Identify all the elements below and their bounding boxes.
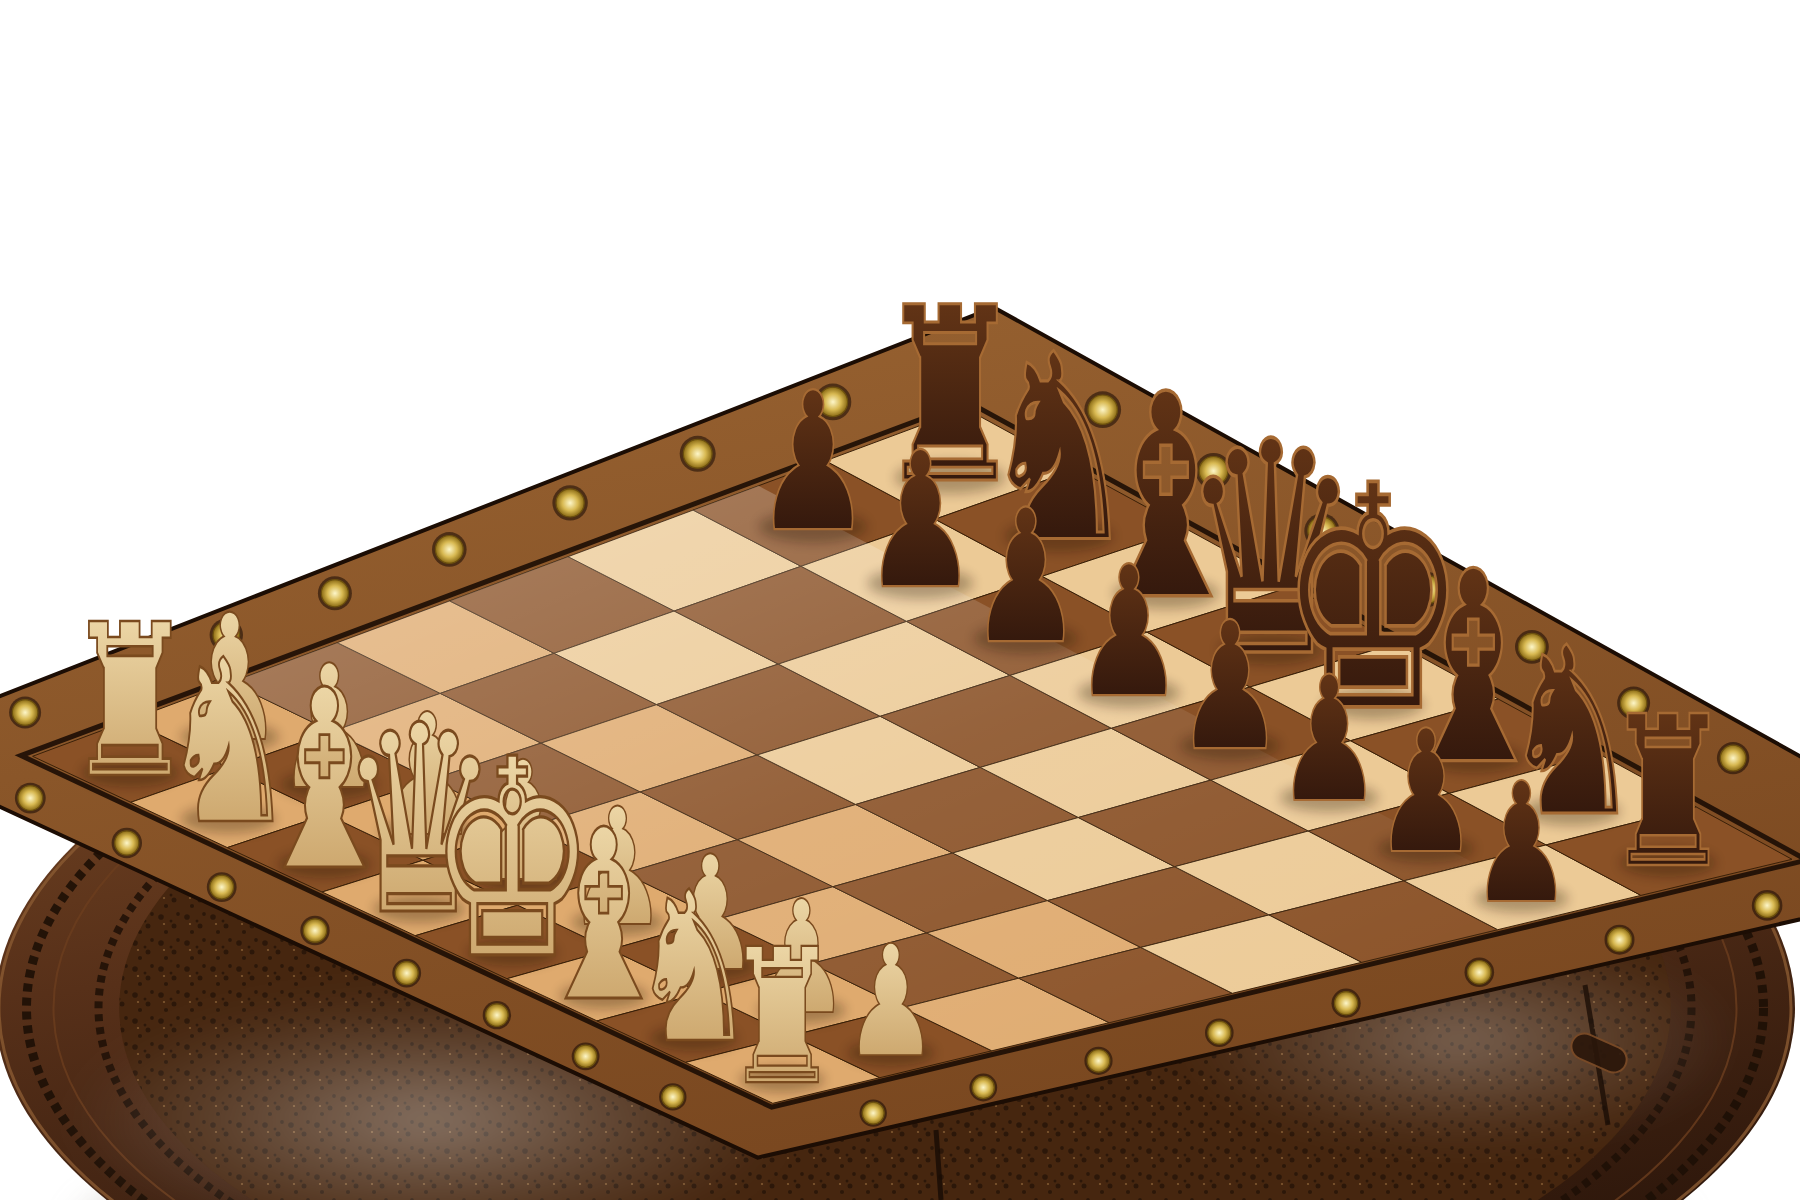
chessboard-svg: ♜♟♞♟♝♟♛♟♚♟♟♝♜♟♟♞♞♟♟♜♝♟♟♛♟♚♟♝♟♞♟♜ xyxy=(0,0,1800,1200)
piece-glyph-black-p: ♟ xyxy=(1073,527,1184,738)
brass-stud xyxy=(18,786,43,811)
piece-black-pawn-a7[interactable]: ♟ xyxy=(754,351,872,575)
brass-stud xyxy=(1335,992,1358,1015)
piece-black-pawn-f7[interactable]: ♟ xyxy=(1276,639,1383,841)
brass-stud xyxy=(862,1102,884,1124)
piece-black-pawn-g7[interactable]: ♟ xyxy=(1374,694,1479,891)
chess-photo-scene: ♜♟♞♟♝♟♛♟♚♟♟♝♜♟♟♞♞♟♟♜♝♟♟♛♟♚♟♝♟♞♟♜ xyxy=(0,0,1800,1200)
piece-black-pawn-e7[interactable]: ♟ xyxy=(1175,584,1284,790)
brass-stud xyxy=(1608,928,1632,952)
piece-glyph-white-r: ♜ xyxy=(724,908,839,1126)
piece-glyph-black-p: ♟ xyxy=(1470,747,1572,940)
brass-stud xyxy=(683,439,712,468)
piece-glyph-white-p: ♟ xyxy=(843,913,938,1091)
piece-white-pawn-h2[interactable]: ♟ xyxy=(843,913,938,1091)
piece-glyph-black-r: ♜ xyxy=(1604,672,1733,914)
brass-stud xyxy=(435,536,463,564)
brass-stud xyxy=(1468,961,1492,985)
piece-white-rook-h1[interactable]: ♜ xyxy=(724,908,839,1126)
brass-stud xyxy=(972,1076,994,1098)
brass-stud xyxy=(1755,893,1779,917)
brass-stud xyxy=(115,831,139,855)
piece-glyph-black-p: ♟ xyxy=(1175,584,1284,790)
brass-stud xyxy=(556,489,584,517)
piece-glyph-black-p: ♟ xyxy=(969,470,1083,684)
brass-stud xyxy=(662,1086,684,1108)
piece-black-pawn-b7[interactable]: ♟ xyxy=(863,411,979,630)
piece-black-pawn-d7[interactable]: ♟ xyxy=(1073,527,1184,738)
piece-glyph-black-p: ♟ xyxy=(863,411,979,630)
brass-stud xyxy=(321,580,348,607)
brass-stud xyxy=(1087,1050,1110,1073)
piece-black-pawn-c7[interactable]: ♟ xyxy=(969,470,1083,684)
piece-black-rook-h8[interactable]: ♜ xyxy=(1604,672,1733,914)
brass-stud xyxy=(210,875,234,899)
brass-stud xyxy=(1208,1021,1231,1044)
piece-glyph-black-p: ♟ xyxy=(1374,694,1479,891)
piece-glyph-black-p: ♟ xyxy=(754,351,872,575)
piece-glyph-black-p: ♟ xyxy=(1276,639,1383,841)
brass-stud xyxy=(12,700,38,726)
piece-black-pawn-h7[interactable]: ♟ xyxy=(1470,747,1572,940)
